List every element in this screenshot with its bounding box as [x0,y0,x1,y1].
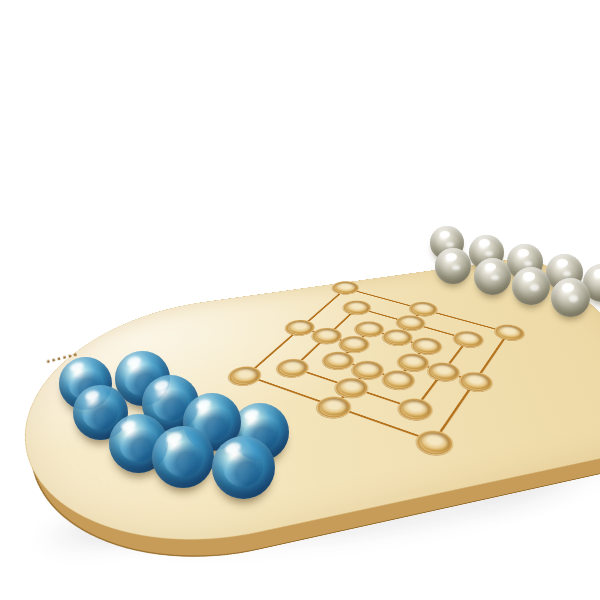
board-point-d1[interactable] [314,395,353,419]
clear-marble[interactable] [435,248,471,284]
blue-marble[interactable] [212,436,275,499]
clear-marble[interactable] [551,278,590,317]
clear-marble[interactable] [474,258,511,295]
board-point-g1[interactable] [414,429,454,457]
blue-marble[interactable] [152,426,214,488]
board-point-g4[interactable] [458,371,493,393]
board-point-d2[interactable] [333,377,370,400]
board-point-f2[interactable] [396,397,434,422]
board-point-e3[interactable] [380,369,416,391]
connector-bottom [333,370,369,408]
photo-scene: ▪▪▪▪▪▪ [0,0,600,600]
clear-marble[interactable] [512,267,550,305]
